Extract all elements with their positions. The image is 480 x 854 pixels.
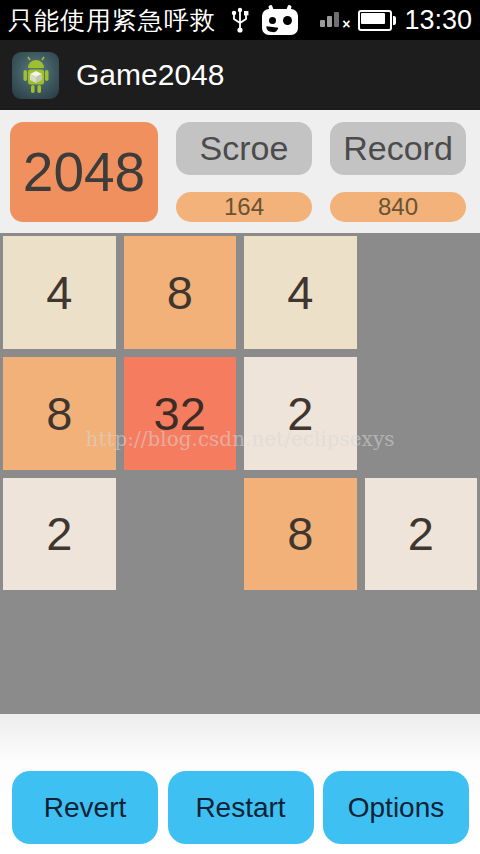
bottom-bar: Revert Restart Options (0, 714, 480, 854)
empty-cell (124, 598, 237, 711)
tile-4: 4 (3, 236, 116, 349)
record-group: Record 840 (330, 122, 466, 222)
clock-text: 13:30 (404, 5, 472, 36)
empty-cell (124, 478, 237, 591)
tile-32: 32 (124, 357, 237, 470)
record-label: Record (330, 122, 466, 175)
score-header: 2048 Scroe 164 Record 840 (0, 110, 480, 233)
tile-2: 2 (244, 357, 357, 470)
app-title: Game2048 (76, 58, 224, 92)
battery-icon (358, 10, 396, 31)
empty-cell (365, 598, 478, 711)
empty-cell (244, 598, 357, 711)
empty-cell (3, 598, 116, 711)
revert-button[interactable]: Revert (12, 771, 158, 844)
restart-button[interactable]: Restart (168, 771, 314, 844)
logo-2048-tile: 2048 (10, 122, 158, 222)
tile-2: 2 (365, 478, 478, 591)
usb-icon (230, 7, 250, 33)
status-bar: 只能使用紧急呼救 × (0, 0, 480, 40)
record-value: 840 (330, 192, 466, 222)
options-button[interactable]: Options (323, 771, 469, 844)
cyanogenmod-mascot-icon (262, 5, 298, 35)
phone-screen: 只能使用紧急呼救 × (0, 0, 480, 854)
android-robot-app-icon (12, 52, 59, 99)
empty-cell (365, 236, 478, 349)
carrier-text: 只能使用紧急呼救 (8, 4, 216, 37)
score-value: 164 (176, 192, 312, 222)
tile-2: 2 (3, 478, 116, 591)
tile-8: 8 (124, 236, 237, 349)
empty-cell (365, 357, 478, 470)
no-signal-icon: × (320, 9, 348, 31)
score-group: Scroe 164 (176, 122, 312, 222)
title-bar: Game2048 (0, 40, 480, 110)
tile-4: 4 (244, 236, 357, 349)
score-label: Scroe (176, 122, 312, 175)
board-grid[interactable]: http://blog.csdn.net/eclipsexys 48483222… (0, 233, 480, 714)
tile-8: 8 (244, 478, 357, 591)
tile-8: 8 (3, 357, 116, 470)
